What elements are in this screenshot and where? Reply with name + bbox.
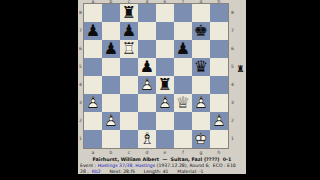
rank-label-1: 1 [230, 130, 235, 148]
square-f4[interactable] [174, 76, 192, 94]
square-a1[interactable] [84, 130, 102, 148]
move-line: 28 . Rb2 Next: 28.f5 Length: 41 Material… [80, 169, 244, 175]
square-f1[interactable] [174, 130, 192, 148]
square-f5[interactable] [174, 58, 192, 76]
rank-label-3: 3 [230, 94, 235, 112]
square-e6[interactable] [156, 40, 174, 58]
piece-white-queen[interactable]: ♛♕ [174, 94, 192, 112]
piece-white-king[interactable]: ♚♔ [192, 130, 210, 148]
move-segment-2: Next: 28.f5 [101, 169, 135, 174]
square-g4[interactable] [192, 76, 210, 94]
file-labels-bottom: abcdefgh [84, 150, 228, 156]
square-a7[interactable]: ♟ [84, 22, 102, 40]
piece-white-pawn[interactable]: ♟♙ [84, 94, 102, 112]
square-d7[interactable] [138, 22, 156, 40]
rank-label-2: 2 [78, 112, 83, 130]
file-label-h: h [210, 150, 228, 156]
square-g3[interactable]: ♟♙ [192, 94, 210, 112]
square-g8[interactable] [192, 4, 210, 22]
square-c6[interactable]: ♜♖ [120, 40, 138, 58]
square-a4[interactable] [84, 76, 102, 94]
black-pawn-glyph: ♟ [174, 39, 192, 58]
white-pawn-outline: ♙ [235, 64, 246, 74]
square-d8[interactable] [138, 4, 156, 22]
white-pawn-outline: ♙ [210, 111, 228, 130]
square-g6[interactable] [192, 40, 210, 58]
white-pawn-outline: ♙ [192, 93, 210, 112]
square-e5[interactable] [156, 58, 174, 76]
file-label-c: c [120, 150, 138, 156]
white-pawn-outline: ♙ [138, 75, 156, 94]
file-label-g: g [192, 150, 210, 156]
black-pawn-glyph: ♟ [120, 21, 138, 40]
square-h7[interactable] [210, 22, 228, 40]
move-segment-3: Length: 41 [135, 169, 168, 174]
white-pawn-outline: ♙ [84, 93, 102, 112]
piece-black-pawn[interactable]: ♟ [84, 22, 102, 40]
file-label-f: f [174, 150, 192, 156]
square-e4[interactable]: ♜ [156, 76, 174, 94]
black-pawn-glyph: ♟ [138, 57, 156, 76]
white-king-outline: ♔ [192, 129, 210, 148]
square-e1[interactable] [156, 130, 174, 148]
rank-label-8: 8 [78, 4, 83, 22]
piece-white-pawn[interactable]: ♟♙ [102, 112, 120, 130]
square-f2[interactable] [174, 112, 192, 130]
square-h4[interactable] [210, 76, 228, 94]
file-label-d: d [138, 150, 156, 156]
white-queen-outline: ♕ [174, 93, 192, 112]
rank-label-1: 1 [78, 130, 83, 148]
square-b8[interactable] [102, 4, 120, 22]
square-a6[interactable] [84, 40, 102, 58]
square-c7[interactable]: ♟ [120, 22, 138, 40]
square-d4[interactable]: ♟♙ [138, 76, 156, 94]
piece-black-rook[interactable]: ♜ [156, 76, 174, 94]
square-h6[interactable] [210, 40, 228, 58]
chess-board: ♜♟♟♚♟♜♖♟♟♛♟♙♜♟♙♟♙♛♕♟♙♟♙♟♙♝♗♚♔ [84, 4, 228, 148]
piece-white-pawn[interactable]: ♟♙ [192, 94, 210, 112]
square-f6[interactable]: ♟ [174, 40, 192, 58]
square-a2[interactable] [84, 112, 102, 130]
rank-label-8: 8 [230, 4, 235, 22]
piece-white-rook[interactable]: ♜♖ [120, 40, 138, 58]
square-g5[interactable]: ♛ [192, 58, 210, 76]
square-h2[interactable]: ♟♙ [210, 112, 228, 130]
square-f7[interactable] [174, 22, 192, 40]
square-b2[interactable]: ♟♙ [102, 112, 120, 130]
square-b6[interactable]: ♟ [102, 40, 120, 58]
move-segment-4: Material: -1 [169, 169, 204, 174]
white-bishop-outline: ♗ [138, 129, 156, 148]
rank-label-5: 5 [78, 58, 83, 76]
square-a8[interactable] [84, 4, 102, 22]
square-b7[interactable] [102, 22, 120, 40]
piece-black-queen[interactable]: ♛ [192, 58, 210, 76]
event-segment-2: (1937.12.28), Round 6; ECO : E10 [155, 163, 236, 168]
rank-label-4: 4 [230, 76, 235, 94]
piece-white-pawn[interactable]: ♟♙ [156, 94, 174, 112]
square-d1[interactable]: ♝♗ [138, 130, 156, 148]
black-queen-glyph: ♛ [192, 57, 210, 76]
black-pawn-glyph: ♟ [102, 39, 120, 58]
piece-white-bishop[interactable]: ♝♗ [138, 130, 156, 148]
square-c3[interactable] [120, 94, 138, 112]
file-label-b: b [102, 150, 120, 156]
file-label-e: e [156, 150, 174, 156]
white-pawn-outline: ♙ [156, 93, 174, 112]
rank-label-6: 6 [78, 40, 83, 58]
square-f8[interactable] [174, 4, 192, 22]
square-h8[interactable] [210, 4, 228, 22]
square-c5[interactable] [120, 58, 138, 76]
square-h3[interactable] [210, 94, 228, 112]
piece-black-pawn[interactable]: ♟ [120, 22, 138, 40]
square-e2[interactable] [156, 112, 174, 130]
black-rook-glyph: ♜ [156, 75, 174, 94]
square-c8[interactable]: ♜ [120, 4, 138, 22]
piece-black-king[interactable]: ♚ [192, 22, 210, 40]
event-segment-0: Event : [80, 163, 98, 168]
square-c4[interactable] [120, 76, 138, 94]
square-d3[interactable] [138, 94, 156, 112]
square-b4[interactable] [102, 76, 120, 94]
square-d5[interactable]: ♟ [138, 58, 156, 76]
piece-black-pawn[interactable]: ♟ [174, 40, 192, 58]
piece-black-pawn[interactable]: ♟ [102, 40, 120, 58]
black-king-glyph: ♚ [192, 21, 210, 40]
move-segment-0: 28 . [80, 169, 92, 174]
square-g7[interactable]: ♚ [192, 22, 210, 40]
square-d6[interactable] [138, 40, 156, 58]
rank-label-2: 2 [230, 112, 235, 130]
square-d2[interactable] [138, 112, 156, 130]
piece-white-pawn[interactable]: ♟♙ [138, 76, 156, 94]
rank-label-7: 7 [230, 22, 235, 40]
white-pawn-outline: ♙ [102, 111, 120, 130]
square-g2[interactable] [192, 112, 210, 130]
square-a3[interactable]: ♟♙ [84, 94, 102, 112]
rank-label-4: 4 [78, 76, 83, 94]
square-b1[interactable] [102, 130, 120, 148]
rank-labels-left: 87654321 [78, 4, 83, 148]
black-rook-glyph: ♜ [120, 3, 138, 22]
square-c2[interactable] [120, 112, 138, 130]
piece-black-pawn[interactable]: ♟ [138, 58, 156, 76]
black-pawn-glyph: ♟ [84, 21, 102, 40]
rank-label-7: 7 [78, 22, 83, 40]
square-g1[interactable]: ♚♔ [192, 130, 210, 148]
square-e3[interactable]: ♟♙ [156, 94, 174, 112]
square-e7[interactable] [156, 22, 174, 40]
piece-black-rook[interactable]: ♜ [120, 4, 138, 22]
square-a5[interactable] [84, 58, 102, 76]
piece-white-pawn[interactable]: ♟♙ [210, 112, 228, 130]
square-e8[interactable] [156, 4, 174, 22]
square-b5[interactable] [102, 58, 120, 76]
square-h1[interactable] [210, 130, 228, 148]
rank-labels-right: 87654321 [230, 4, 235, 148]
rank-label-3: 3 [78, 94, 83, 112]
white-rook-outline: ♖ [120, 39, 138, 58]
square-h5[interactable] [210, 58, 228, 76]
file-label-a: a [84, 150, 102, 156]
chess-gui-panel: abcdefgh abcdefgh 87654321 87654321 ♜♟♟♚… [78, 0, 246, 174]
event-segment-1[interactable]: Hastings 37/38, Hastings [98, 163, 156, 168]
square-c1[interactable] [120, 130, 138, 148]
move-segment-1[interactable]: Rb2 [92, 169, 101, 174]
square-f3[interactable]: ♛♕ [174, 94, 192, 112]
rank-label-6: 6 [230, 40, 235, 58]
game-info-panel: Fairhurst, William Albert — Sultan, Fazl… [80, 157, 244, 174]
square-b3[interactable] [102, 94, 120, 112]
